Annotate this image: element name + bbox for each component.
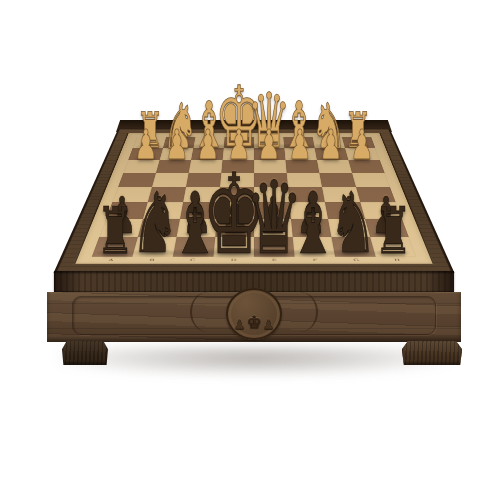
- square-e6: [254, 160, 287, 173]
- square-c7: [191, 148, 224, 160]
- square-b7: [160, 148, 194, 160]
- square-d8: [224, 137, 254, 148]
- square-h4: [356, 187, 396, 202]
- file-letter-g: G: [335, 257, 377, 263]
- square-d1: [213, 237, 254, 257]
- square-g7: [315, 148, 349, 160]
- square-d4: [219, 187, 254, 202]
- square-c6: [189, 160, 223, 173]
- square-b5: [152, 173, 189, 187]
- square-g1: [331, 237, 375, 257]
- square-a5: [118, 173, 156, 187]
- square-d3: [217, 202, 254, 219]
- square-h8: [342, 137, 375, 148]
- square-f4: [288, 187, 325, 202]
- square-h2: [365, 219, 409, 237]
- chess-board: ABCDEFGH: [56, 129, 452, 272]
- file-letter-h: H: [376, 257, 419, 263]
- square-d7: [223, 148, 254, 160]
- left-foot: [62, 341, 108, 365]
- square-g8: [313, 137, 345, 148]
- product-photo-chess-box: ABCDEFGH ♟♚♟ ♜♞♝♚♛♝♞♜♟♟♟♟♟♟♟♟♟♟♟♟♟♟♟♟♜♞♝…: [0, 0, 500, 500]
- right-foot: [402, 341, 462, 365]
- medallion-piece-2: ♟: [263, 318, 275, 331]
- square-a4: [112, 187, 152, 202]
- square-c4: [183, 187, 220, 202]
- medallion-piece-0: ♟: [234, 318, 246, 331]
- square-f7: [284, 148, 317, 160]
- file-letters: ABCDEFGH: [89, 257, 418, 263]
- square-f1: [293, 237, 335, 257]
- square-e7: [254, 148, 285, 160]
- medallion-piece-1: ♚: [246, 314, 261, 331]
- square-f2: [291, 219, 331, 237]
- square-f3: [289, 202, 328, 219]
- square-g4: [322, 187, 360, 202]
- square-c1: [173, 237, 215, 257]
- square-d6: [221, 160, 254, 173]
- square-c3: [180, 202, 219, 219]
- square-a8: [133, 137, 166, 148]
- square-f8: [283, 137, 314, 148]
- square-a2: [99, 219, 143, 237]
- file-letter-d: D: [213, 257, 254, 263]
- ground-shadow: [58, 346, 450, 376]
- square-a1: [92, 237, 138, 257]
- square-b8: [163, 137, 195, 148]
- carved-medallion: ♟♚♟: [226, 288, 282, 340]
- square-g3: [325, 202, 365, 219]
- square-h1: [370, 237, 416, 257]
- square-h3: [360, 202, 402, 219]
- square-g6: [317, 160, 352, 173]
- square-c5: [186, 173, 221, 187]
- square-e1: [254, 237, 295, 257]
- square-c2: [177, 219, 217, 237]
- square-a6: [123, 160, 159, 173]
- file-letter-b: B: [130, 257, 172, 263]
- file-letter-a: A: [89, 257, 132, 263]
- file-letter-c: C: [172, 257, 214, 263]
- maple-border: [75, 133, 432, 263]
- square-d5: [220, 173, 254, 187]
- square-f6: [285, 160, 319, 173]
- square-h6: [348, 160, 384, 173]
- square-e3: [254, 202, 291, 219]
- walnut-rim: ABCDEFGH: [56, 129, 452, 272]
- squares-grid: [92, 137, 416, 257]
- square-a7: [128, 148, 163, 160]
- square-b4: [148, 187, 186, 202]
- square-e8: [254, 137, 284, 148]
- square-e4: [254, 187, 289, 202]
- square-e2: [254, 219, 293, 237]
- square-h5: [352, 173, 390, 187]
- square-e5: [254, 173, 288, 187]
- square-a3: [106, 202, 148, 219]
- square-b2: [138, 219, 180, 237]
- square-h7: [345, 148, 380, 160]
- square-d2: [215, 219, 254, 237]
- square-f5: [287, 173, 322, 187]
- square-b1: [132, 237, 176, 257]
- file-letter-e: E: [254, 257, 295, 263]
- square-g2: [328, 219, 370, 237]
- square-c8: [193, 137, 224, 148]
- square-b3: [143, 202, 183, 219]
- file-letter-f: F: [295, 257, 337, 263]
- square-g5: [319, 173, 356, 187]
- square-b6: [156, 160, 191, 173]
